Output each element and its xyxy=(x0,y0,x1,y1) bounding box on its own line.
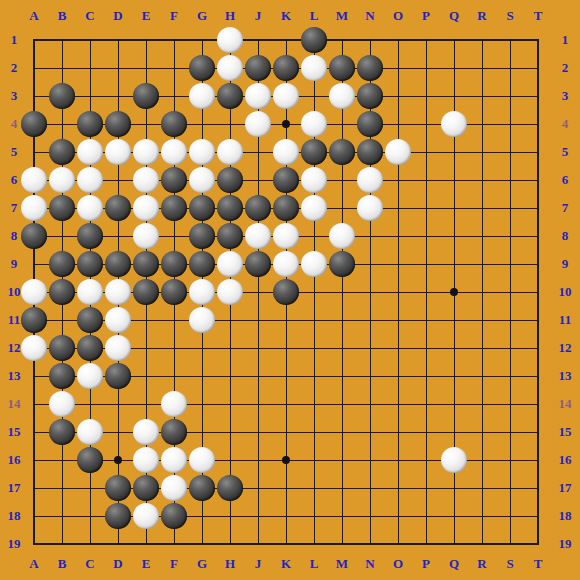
board-cell[interactable] xyxy=(440,530,468,558)
board-cell[interactable] xyxy=(104,54,132,82)
board-cell[interactable] xyxy=(76,250,104,278)
board-cell[interactable] xyxy=(76,194,104,222)
board-cell[interactable] xyxy=(524,306,552,334)
board-cell[interactable] xyxy=(132,362,160,390)
board-cell[interactable] xyxy=(188,250,216,278)
board-cell[interactable] xyxy=(328,390,356,418)
board-cell[interactable] xyxy=(412,194,440,222)
board-cell[interactable] xyxy=(468,390,496,418)
board-cell[interactable] xyxy=(356,334,384,362)
board-cell[interactable] xyxy=(216,530,244,558)
board-cell[interactable] xyxy=(48,194,76,222)
board-cell[interactable] xyxy=(468,222,496,250)
board-cell[interactable] xyxy=(524,82,552,110)
board-cell[interactable] xyxy=(188,26,216,54)
board-cell[interactable] xyxy=(440,54,468,82)
board-cell[interactable] xyxy=(244,166,272,194)
board-cell[interactable] xyxy=(76,418,104,446)
board-cell[interactable] xyxy=(160,390,188,418)
board-cell[interactable] xyxy=(496,334,524,362)
board-cell[interactable] xyxy=(412,166,440,194)
board-cell[interactable] xyxy=(384,390,412,418)
board-cell[interactable] xyxy=(356,222,384,250)
board-cell[interactable] xyxy=(188,82,216,110)
board-cell[interactable] xyxy=(300,334,328,362)
board-cell[interactable] xyxy=(356,166,384,194)
board-cell[interactable] xyxy=(524,194,552,222)
board-cell[interactable] xyxy=(160,306,188,334)
board-cell[interactable] xyxy=(216,82,244,110)
board-cell[interactable] xyxy=(468,194,496,222)
board-cell[interactable] xyxy=(76,446,104,474)
board-cell[interactable] xyxy=(188,390,216,418)
board-cell[interactable] xyxy=(412,474,440,502)
board-cell[interactable] xyxy=(524,418,552,446)
board-cell[interactable] xyxy=(76,530,104,558)
board-cell[interactable] xyxy=(216,334,244,362)
board-cell[interactable] xyxy=(384,138,412,166)
board-cell[interactable] xyxy=(104,110,132,138)
board-cell[interactable] xyxy=(300,446,328,474)
board-cell[interactable] xyxy=(244,306,272,334)
board-cell[interactable] xyxy=(48,362,76,390)
board-cell[interactable] xyxy=(104,446,132,474)
board-cell[interactable] xyxy=(468,334,496,362)
board-cell[interactable] xyxy=(496,474,524,502)
board-cell[interactable] xyxy=(160,222,188,250)
board-cell[interactable] xyxy=(272,222,300,250)
board-cell[interactable] xyxy=(384,278,412,306)
board-cell[interactable] xyxy=(300,54,328,82)
board-cell[interactable] xyxy=(356,54,384,82)
board-cell[interactable] xyxy=(440,362,468,390)
board-cell[interactable] xyxy=(300,26,328,54)
board-cell[interactable] xyxy=(468,278,496,306)
board-cell[interactable] xyxy=(216,502,244,530)
board-cell[interactable] xyxy=(496,418,524,446)
board-cell[interactable] xyxy=(104,138,132,166)
board-cell[interactable] xyxy=(244,26,272,54)
board-cell[interactable] xyxy=(160,418,188,446)
board-cell[interactable] xyxy=(440,194,468,222)
board-cell[interactable] xyxy=(524,502,552,530)
board-cell[interactable] xyxy=(440,334,468,362)
board-cell[interactable] xyxy=(244,110,272,138)
board-cell[interactable] xyxy=(524,334,552,362)
board-cell[interactable] xyxy=(244,530,272,558)
board-cell[interactable] xyxy=(300,222,328,250)
board-cell[interactable] xyxy=(496,194,524,222)
board-cell[interactable] xyxy=(244,502,272,530)
board-cell[interactable] xyxy=(412,222,440,250)
board-cell[interactable] xyxy=(468,306,496,334)
board-cell[interactable] xyxy=(496,82,524,110)
board-cell[interactable] xyxy=(440,446,468,474)
board-cell[interactable] xyxy=(412,306,440,334)
board-cell[interactable] xyxy=(216,418,244,446)
board-cell[interactable] xyxy=(524,474,552,502)
board-cell[interactable] xyxy=(132,194,160,222)
board-cell[interactable] xyxy=(468,26,496,54)
board-cell[interactable] xyxy=(300,110,328,138)
board-cell[interactable] xyxy=(384,54,412,82)
board-cell[interactable] xyxy=(244,334,272,362)
board-cell[interactable] xyxy=(272,530,300,558)
board-cell[interactable] xyxy=(104,166,132,194)
board-cell[interactable] xyxy=(188,110,216,138)
board-cell[interactable] xyxy=(104,474,132,502)
board-cell[interactable] xyxy=(496,306,524,334)
board-cell[interactable] xyxy=(48,530,76,558)
board-cell[interactable] xyxy=(160,474,188,502)
board-cell[interactable] xyxy=(48,250,76,278)
board-cell[interactable] xyxy=(160,82,188,110)
board-cell[interactable] xyxy=(496,530,524,558)
board-cell[interactable] xyxy=(496,390,524,418)
board-cell[interactable] xyxy=(496,138,524,166)
board-cell[interactable] xyxy=(384,222,412,250)
board-cell[interactable] xyxy=(188,306,216,334)
board-cell[interactable] xyxy=(188,502,216,530)
board-cell[interactable] xyxy=(496,222,524,250)
board-cell[interactable] xyxy=(300,194,328,222)
board-cell[interactable] xyxy=(76,54,104,82)
board-cell[interactable] xyxy=(328,54,356,82)
board-cell[interactable] xyxy=(356,26,384,54)
board-cell[interactable] xyxy=(272,446,300,474)
board-cell[interactable] xyxy=(272,474,300,502)
board-cell[interactable] xyxy=(272,362,300,390)
board-cell[interactable] xyxy=(356,138,384,166)
board-cell[interactable] xyxy=(356,418,384,446)
board-cell[interactable] xyxy=(188,138,216,166)
board-cell[interactable] xyxy=(244,278,272,306)
board-cell[interactable] xyxy=(496,278,524,306)
board-cell[interactable] xyxy=(244,138,272,166)
board-cell[interactable] xyxy=(160,166,188,194)
board-cell[interactable] xyxy=(272,138,300,166)
board-cell[interactable] xyxy=(160,362,188,390)
board-cell[interactable] xyxy=(496,166,524,194)
board-cell[interactable] xyxy=(76,474,104,502)
board-cell[interactable] xyxy=(272,110,300,138)
board-cell[interactable] xyxy=(272,166,300,194)
board-cell[interactable] xyxy=(412,54,440,82)
board-cell[interactable] xyxy=(188,334,216,362)
board-cell[interactable] xyxy=(412,530,440,558)
board-cell[interactable] xyxy=(104,278,132,306)
board-cell[interactable] xyxy=(48,502,76,530)
board-cell[interactable] xyxy=(412,446,440,474)
board-cell[interactable] xyxy=(468,138,496,166)
board-cell[interactable] xyxy=(356,306,384,334)
board-cell[interactable] xyxy=(188,362,216,390)
board-cell[interactable] xyxy=(76,26,104,54)
board-cell[interactable] xyxy=(524,166,552,194)
board-cell[interactable] xyxy=(384,110,412,138)
board-cell[interactable] xyxy=(496,26,524,54)
board-cell[interactable] xyxy=(104,306,132,334)
board-cell[interactable] xyxy=(244,194,272,222)
board-cell[interactable] xyxy=(132,306,160,334)
board-cell[interactable] xyxy=(48,222,76,250)
board-cell[interactable] xyxy=(76,362,104,390)
board-cell[interactable] xyxy=(468,446,496,474)
board-cell[interactable] xyxy=(496,502,524,530)
board-cell[interactable] xyxy=(328,194,356,222)
board-cell[interactable] xyxy=(440,166,468,194)
board-cell[interactable] xyxy=(496,250,524,278)
board-cell[interactable] xyxy=(524,138,552,166)
board-cell[interactable] xyxy=(272,306,300,334)
board-cell[interactable] xyxy=(104,362,132,390)
board-cell[interactable] xyxy=(104,82,132,110)
board-cell[interactable] xyxy=(48,418,76,446)
board-cell[interactable] xyxy=(272,250,300,278)
board-cell[interactable] xyxy=(328,474,356,502)
board-cell[interactable] xyxy=(328,110,356,138)
board-cell[interactable] xyxy=(440,26,468,54)
board-cell[interactable] xyxy=(132,278,160,306)
board-cell[interactable] xyxy=(524,446,552,474)
board-cell[interactable] xyxy=(48,306,76,334)
board-cell[interactable] xyxy=(440,82,468,110)
board-cell[interactable] xyxy=(244,474,272,502)
board-cell[interactable] xyxy=(328,362,356,390)
board-cell[interactable] xyxy=(328,334,356,362)
board-cell[interactable] xyxy=(524,278,552,306)
board-cell[interactable] xyxy=(412,110,440,138)
board-cell[interactable] xyxy=(412,502,440,530)
board-cell[interactable] xyxy=(132,110,160,138)
board-cell[interactable] xyxy=(384,530,412,558)
board-cell[interactable] xyxy=(440,250,468,278)
board-cell[interactable] xyxy=(160,502,188,530)
board-cell[interactable] xyxy=(188,194,216,222)
board-cell[interactable] xyxy=(524,390,552,418)
board-cell[interactable] xyxy=(160,530,188,558)
board-cell[interactable] xyxy=(412,334,440,362)
board-cell[interactable] xyxy=(216,166,244,194)
board-cell[interactable] xyxy=(160,110,188,138)
board-cell[interactable] xyxy=(188,278,216,306)
board-cell[interactable] xyxy=(496,446,524,474)
board-cell[interactable] xyxy=(160,334,188,362)
board-cell[interactable] xyxy=(300,82,328,110)
board-cell[interactable] xyxy=(216,390,244,418)
board-cell[interactable] xyxy=(104,250,132,278)
board-cell[interactable] xyxy=(356,474,384,502)
board-cell[interactable] xyxy=(188,530,216,558)
board-cell[interactable] xyxy=(300,278,328,306)
board-cell[interactable] xyxy=(188,418,216,446)
board-cell[interactable] xyxy=(76,138,104,166)
board-cell[interactable] xyxy=(160,138,188,166)
board-cell[interactable] xyxy=(76,502,104,530)
board-cell[interactable] xyxy=(384,26,412,54)
board-cell[interactable] xyxy=(188,166,216,194)
board-cell[interactable] xyxy=(300,250,328,278)
board-cell[interactable] xyxy=(384,250,412,278)
board-cell[interactable] xyxy=(216,278,244,306)
board-cell[interactable] xyxy=(272,54,300,82)
board-cell[interactable] xyxy=(188,474,216,502)
board-cell[interactable] xyxy=(524,362,552,390)
board-cell[interactable] xyxy=(356,250,384,278)
board-cell[interactable] xyxy=(328,446,356,474)
board-cell[interactable] xyxy=(328,502,356,530)
board-cell[interactable] xyxy=(132,166,160,194)
board-cell[interactable] xyxy=(356,110,384,138)
board-cell[interactable] xyxy=(468,418,496,446)
board-cell[interactable] xyxy=(384,446,412,474)
board-cell[interactable] xyxy=(440,418,468,446)
board-cell[interactable] xyxy=(188,222,216,250)
board-cell[interactable] xyxy=(216,138,244,166)
board-cell[interactable] xyxy=(216,306,244,334)
board-cell[interactable] xyxy=(76,166,104,194)
board-cell[interactable] xyxy=(300,362,328,390)
board-cell[interactable] xyxy=(132,474,160,502)
board-cell[interactable] xyxy=(132,26,160,54)
board-cell[interactable] xyxy=(524,222,552,250)
board-cell[interactable] xyxy=(300,530,328,558)
board-cell[interactable] xyxy=(300,306,328,334)
board-cell[interactable] xyxy=(104,390,132,418)
board-cell[interactable] xyxy=(440,278,468,306)
board-cell[interactable] xyxy=(412,250,440,278)
board-cell[interactable] xyxy=(160,446,188,474)
board-cell[interactable] xyxy=(356,446,384,474)
board-cell[interactable] xyxy=(468,502,496,530)
board-cell[interactable] xyxy=(524,530,552,558)
board-cell[interactable] xyxy=(48,26,76,54)
board-cell[interactable] xyxy=(412,362,440,390)
board-cell[interactable] xyxy=(468,474,496,502)
board-cell[interactable] xyxy=(48,390,76,418)
board-cell[interactable] xyxy=(300,502,328,530)
board-cell[interactable] xyxy=(328,82,356,110)
board-cell[interactable] xyxy=(244,418,272,446)
board-cell[interactable] xyxy=(468,362,496,390)
board-cell[interactable] xyxy=(384,418,412,446)
board-cell[interactable] xyxy=(76,110,104,138)
board-cell[interactable] xyxy=(272,194,300,222)
board-cell[interactable] xyxy=(104,26,132,54)
board-cell[interactable] xyxy=(384,166,412,194)
board-cell[interactable] xyxy=(272,390,300,418)
board-cell[interactable] xyxy=(328,222,356,250)
board-cell[interactable] xyxy=(132,138,160,166)
board-cell[interactable] xyxy=(384,362,412,390)
board-cell[interactable] xyxy=(48,446,76,474)
board-cell[interactable] xyxy=(412,138,440,166)
board-cell[interactable] xyxy=(356,82,384,110)
board-cell[interactable] xyxy=(440,474,468,502)
board-cell[interactable] xyxy=(496,110,524,138)
board-cell[interactable] xyxy=(468,250,496,278)
board-cell[interactable] xyxy=(132,390,160,418)
board-cell[interactable] xyxy=(132,54,160,82)
board-cell[interactable] xyxy=(468,82,496,110)
board-cell[interactable] xyxy=(468,110,496,138)
board-cell[interactable] xyxy=(132,250,160,278)
board-cell[interactable] xyxy=(216,446,244,474)
board-cell[interactable] xyxy=(440,502,468,530)
board-cell[interactable] xyxy=(188,446,216,474)
board-cell[interactable] xyxy=(48,138,76,166)
board-cell[interactable] xyxy=(356,362,384,390)
board-cell[interactable] xyxy=(216,222,244,250)
board-cell[interactable] xyxy=(216,26,244,54)
board-cell[interactable] xyxy=(104,418,132,446)
board-cell[interactable] xyxy=(440,390,468,418)
board-cell[interactable] xyxy=(300,390,328,418)
board-cell[interactable] xyxy=(48,166,76,194)
board-cell[interactable] xyxy=(496,54,524,82)
board-cell[interactable] xyxy=(272,278,300,306)
board-cell[interactable] xyxy=(356,194,384,222)
board-cell[interactable] xyxy=(244,82,272,110)
board-cell[interactable] xyxy=(300,166,328,194)
board-cell[interactable] xyxy=(48,82,76,110)
board-cell[interactable] xyxy=(384,306,412,334)
board-cell[interactable] xyxy=(524,250,552,278)
board-cell[interactable] xyxy=(216,54,244,82)
board-cell[interactable] xyxy=(300,418,328,446)
board-cell[interactable] xyxy=(272,334,300,362)
board-cell[interactable] xyxy=(300,138,328,166)
board-cell[interactable] xyxy=(328,138,356,166)
board-cell[interactable] xyxy=(272,26,300,54)
board-cell[interactable] xyxy=(216,250,244,278)
board-cell[interactable] xyxy=(104,194,132,222)
board-cell[interactable] xyxy=(440,138,468,166)
board-cell[interactable] xyxy=(244,390,272,418)
board-cell[interactable] xyxy=(524,26,552,54)
board-cell[interactable] xyxy=(412,278,440,306)
board-cell[interactable] xyxy=(440,110,468,138)
board-cell[interactable] xyxy=(412,418,440,446)
board-cell[interactable] xyxy=(244,446,272,474)
board-cell[interactable] xyxy=(496,362,524,390)
board-cell[interactable] xyxy=(384,502,412,530)
board-cell[interactable] xyxy=(440,306,468,334)
board-cell[interactable] xyxy=(216,194,244,222)
board-cell[interactable] xyxy=(188,54,216,82)
board-cell[interactable] xyxy=(132,530,160,558)
board-cell[interactable] xyxy=(104,530,132,558)
board-cell[interactable] xyxy=(328,250,356,278)
board-cell[interactable] xyxy=(328,166,356,194)
board-cell[interactable] xyxy=(244,54,272,82)
board-cell[interactable] xyxy=(216,362,244,390)
board-cell[interactable] xyxy=(76,278,104,306)
board-cell[interactable] xyxy=(384,334,412,362)
board-cell[interactable] xyxy=(356,390,384,418)
board-cell[interactable] xyxy=(132,82,160,110)
board-cell[interactable] xyxy=(300,474,328,502)
board-cell[interactable] xyxy=(160,250,188,278)
board-cell[interactable] xyxy=(132,418,160,446)
board-cell[interactable] xyxy=(272,82,300,110)
board-cell[interactable] xyxy=(524,54,552,82)
board-cell[interactable] xyxy=(76,222,104,250)
board-cell[interactable] xyxy=(328,26,356,54)
board-cell[interactable] xyxy=(440,222,468,250)
board-cell[interactable] xyxy=(48,110,76,138)
board-cell[interactable] xyxy=(132,334,160,362)
